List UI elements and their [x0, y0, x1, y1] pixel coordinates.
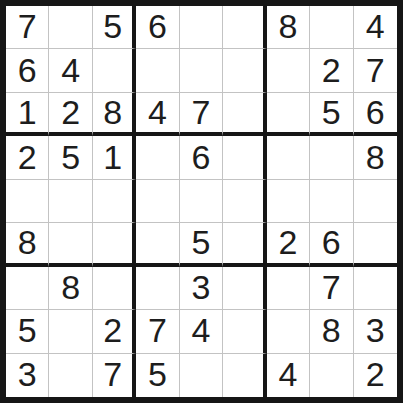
cell-r8c7-empty[interactable]	[267, 310, 310, 353]
cell-r8c6-empty[interactable]	[223, 310, 266, 353]
cell-r6c6-empty[interactable]	[223, 223, 266, 266]
cell-r2c7-empty[interactable]	[267, 49, 310, 92]
cell-r2c4-empty[interactable]	[136, 49, 179, 92]
cell-r9c1-given[interactable]: 3	[6, 354, 49, 397]
cell-r2c9-given[interactable]: 7	[354, 49, 397, 92]
cell-r6c1-given[interactable]: 8	[6, 223, 49, 266]
cell-r9c3-given[interactable]: 7	[93, 354, 136, 397]
cell-r3c9-given[interactable]: 6	[354, 93, 397, 136]
cell-r8c8-given[interactable]: 8	[310, 310, 353, 353]
cell-r4c4-empty[interactable]	[136, 136, 179, 179]
cell-r9c7-given[interactable]: 4	[267, 354, 310, 397]
cell-r5c2-empty[interactable]	[49, 180, 92, 223]
cell-r2c2-given[interactable]: 4	[49, 49, 92, 92]
cell-r9c9-given[interactable]: 2	[354, 354, 397, 397]
cell-r7c4-empty[interactable]	[136, 267, 179, 310]
cell-r1c9-given[interactable]: 4	[354, 6, 397, 49]
cell-r4c7-empty[interactable]	[267, 136, 310, 179]
cell-r1c5-empty[interactable]	[180, 6, 223, 49]
cell-r5c4-empty[interactable]	[136, 180, 179, 223]
cell-r6c4-empty[interactable]	[136, 223, 179, 266]
cell-r9c2-empty[interactable]	[49, 354, 92, 397]
cell-r9c5-empty[interactable]	[180, 354, 223, 397]
cell-r8c4-given[interactable]: 7	[136, 310, 179, 353]
cell-r6c3-empty[interactable]	[93, 223, 136, 266]
cell-r3c6-empty[interactable]	[223, 93, 266, 136]
cell-r5c8-empty[interactable]	[310, 180, 353, 223]
cell-r3c2-given[interactable]: 2	[49, 93, 92, 136]
cell-r7c5-given[interactable]: 3	[180, 267, 223, 310]
cell-r4c1-given[interactable]: 2	[6, 136, 49, 179]
cell-r2c8-given[interactable]: 2	[310, 49, 353, 92]
cell-r2c5-empty[interactable]	[180, 49, 223, 92]
cell-r8c5-given[interactable]: 4	[180, 310, 223, 353]
cell-r7c9-empty[interactable]	[354, 267, 397, 310]
cell-r1c7-given[interactable]: 8	[267, 6, 310, 49]
cell-r1c8-empty[interactable]	[310, 6, 353, 49]
cell-r9c8-empty[interactable]	[310, 354, 353, 397]
cell-r3c4-given[interactable]: 4	[136, 93, 179, 136]
cell-r4c2-given[interactable]: 5	[49, 136, 92, 179]
sudoku-board: 756846427128475625168852683752748337542	[0, 0, 403, 403]
cell-r4c5-given[interactable]: 6	[180, 136, 223, 179]
cell-r3c8-given[interactable]: 5	[310, 93, 353, 136]
cell-r7c2-given[interactable]: 8	[49, 267, 92, 310]
cell-r2c3-empty[interactable]	[93, 49, 136, 92]
cell-r8c1-given[interactable]: 5	[6, 310, 49, 353]
cell-r8c2-empty[interactable]	[49, 310, 92, 353]
cell-r6c8-given[interactable]: 6	[310, 223, 353, 266]
cell-r4c8-empty[interactable]	[310, 136, 353, 179]
cell-r6c5-given[interactable]: 5	[180, 223, 223, 266]
cell-r2c6-empty[interactable]	[223, 49, 266, 92]
cell-r3c5-given[interactable]: 7	[180, 93, 223, 136]
cell-r2c1-given[interactable]: 6	[6, 49, 49, 92]
cell-r5c7-empty[interactable]	[267, 180, 310, 223]
cell-r4c9-given[interactable]: 8	[354, 136, 397, 179]
cell-r8c3-given[interactable]: 2	[93, 310, 136, 353]
cell-r8c9-given[interactable]: 3	[354, 310, 397, 353]
cell-r4c6-empty[interactable]	[223, 136, 266, 179]
cell-r7c7-empty[interactable]	[267, 267, 310, 310]
cell-r7c3-empty[interactable]	[93, 267, 136, 310]
cell-r7c1-empty[interactable]	[6, 267, 49, 310]
cell-r6c2-empty[interactable]	[49, 223, 92, 266]
cell-r6c7-given[interactable]: 2	[267, 223, 310, 266]
cell-r3c3-given[interactable]: 8	[93, 93, 136, 136]
cell-r9c4-given[interactable]: 5	[136, 354, 179, 397]
cell-r7c6-empty[interactable]	[223, 267, 266, 310]
cell-r3c7-empty[interactable]	[267, 93, 310, 136]
cell-r4c3-given[interactable]: 1	[93, 136, 136, 179]
cell-r5c6-empty[interactable]	[223, 180, 266, 223]
cell-r7c8-given[interactable]: 7	[310, 267, 353, 310]
cell-r9c6-empty[interactable]	[223, 354, 266, 397]
cell-r6c9-empty[interactable]	[354, 223, 397, 266]
cell-r1c2-empty[interactable]	[49, 6, 92, 49]
cell-r1c3-given[interactable]: 5	[93, 6, 136, 49]
cell-r3c1-given[interactable]: 1	[6, 93, 49, 136]
cell-r1c4-given[interactable]: 6	[136, 6, 179, 49]
cell-r5c9-empty[interactable]	[354, 180, 397, 223]
cell-r1c6-empty[interactable]	[223, 6, 266, 49]
cell-r5c3-empty[interactable]	[93, 180, 136, 223]
cell-r1c1-given[interactable]: 7	[6, 6, 49, 49]
cell-r5c5-empty[interactable]	[180, 180, 223, 223]
cell-r5c1-empty[interactable]	[6, 180, 49, 223]
